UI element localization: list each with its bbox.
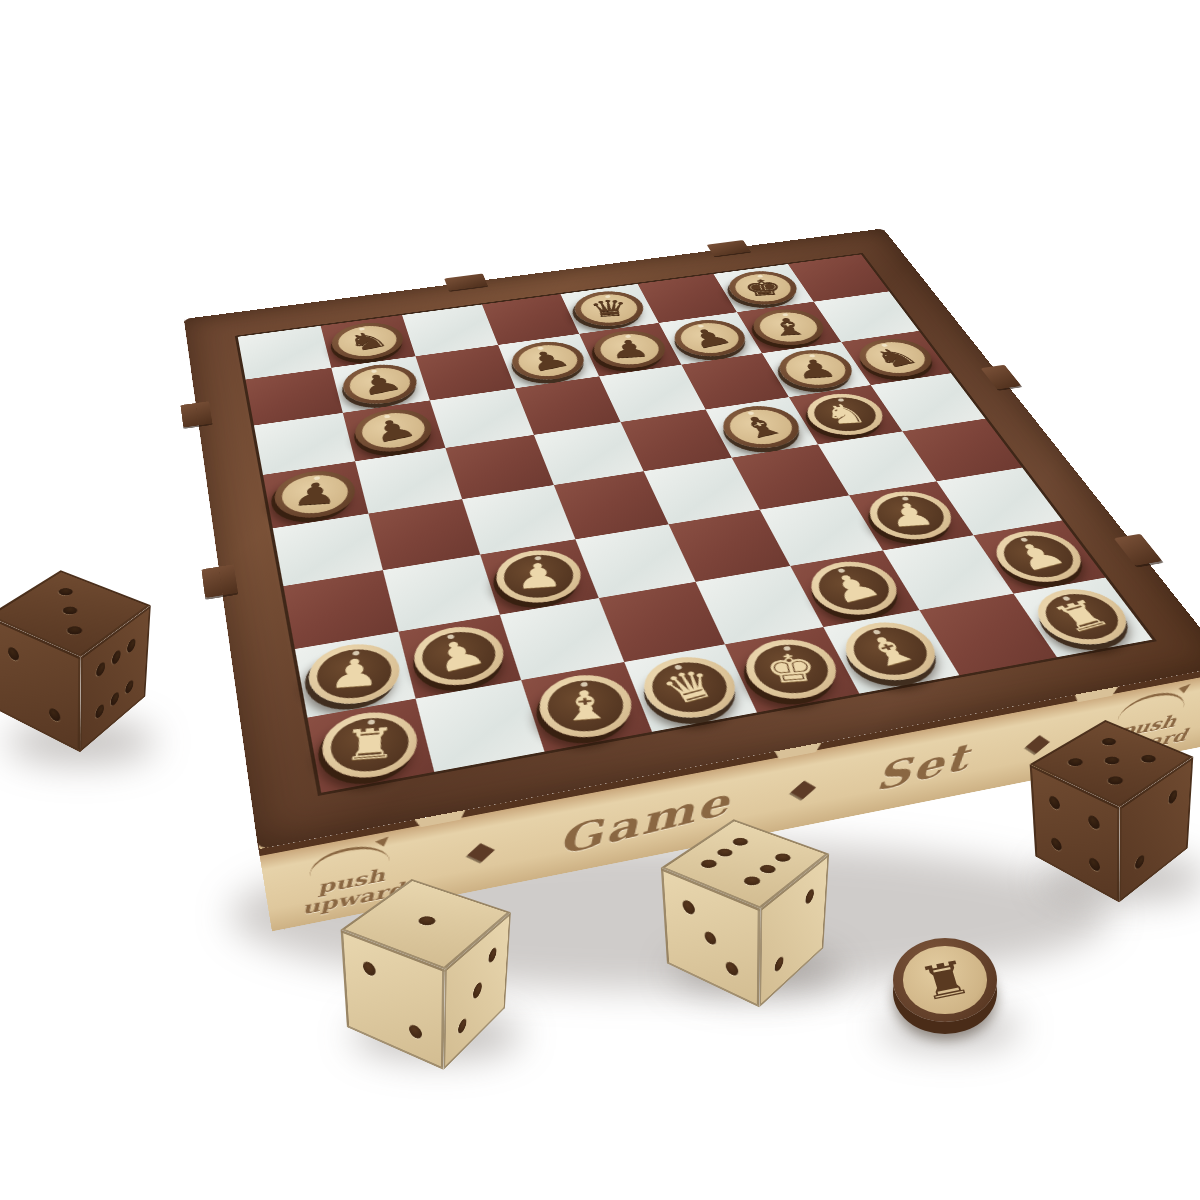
product-photo-scene: { "game": "chess", "product_type": "wood… [0, 0, 1200, 1200]
square-b5[interactable] [355, 448, 462, 514]
king-glyph: ♚ [761, 648, 822, 689]
pawn-glyph: ♟ [791, 356, 840, 383]
pawn-glyph: ♟ [607, 336, 652, 362]
square-b3[interactable] [383, 555, 500, 632]
square-g2[interactable] [883, 535, 1014, 610]
bishop-glyph: ♝ [765, 315, 812, 340]
piece-white-pawn[interactable]: ♟ [495, 548, 584, 605]
square-d1[interactable]: ♛ [624, 644, 757, 731]
square-f1[interactable]: ♝ [823, 610, 959, 693]
square-e1[interactable]: ♚ [725, 627, 859, 712]
piece-black-king[interactable]: ♚ [725, 270, 802, 307]
knight-glyph: ♞ [866, 342, 924, 372]
piece-white-pawn[interactable]: ♟ [981, 524, 1097, 590]
piece-white-queen[interactable]: ♛ [631, 648, 750, 727]
square-f2[interactable]: ♟ [790, 550, 919, 627]
square-c3[interactable]: ♟ [480, 539, 599, 614]
piece-white-pawn[interactable]: ♟ [404, 619, 516, 695]
square-a4[interactable] [273, 514, 383, 587]
pawn-glyph: ♟ [521, 345, 575, 376]
square-f3[interactable] [760, 495, 883, 566]
front-engraving-set: Set [875, 735, 971, 799]
square-h4[interactable] [902, 419, 1022, 482]
piece-white-pawn[interactable]: ♟ [863, 489, 960, 542]
hinge [707, 240, 751, 256]
piece-white-bishop[interactable]: ♝ [831, 614, 952, 689]
bishop-glyph: ♝ [731, 410, 791, 444]
square-e2[interactable] [696, 566, 824, 644]
rook-glyph: ♜ [1045, 594, 1118, 639]
square-a3[interactable] [283, 570, 398, 649]
square-a2[interactable]: ♟ [295, 632, 416, 718]
knight-glyph: ♞ [819, 400, 871, 429]
piece-black-queen[interactable]: ♛ [572, 290, 647, 328]
pawn-glyph: ♟ [426, 632, 492, 679]
square-c4[interactable] [462, 485, 575, 555]
square-b1[interactable] [416, 680, 545, 772]
pawn-glyph: ♟ [882, 499, 939, 532]
square-g1[interactable] [919, 594, 1056, 676]
square-b4[interactable] [368, 499, 480, 570]
square-c2[interactable] [500, 598, 624, 680]
square-b2[interactable]: ♟ [399, 615, 522, 699]
bishop-glyph: ♝ [557, 684, 614, 727]
square-g3[interactable]: ♟ [849, 481, 973, 550]
die-bottom-left [344, 927, 508, 1021]
piece-black-bishop[interactable]: ♝ [749, 308, 829, 347]
captured-black-rook[interactable]: ♜ [893, 938, 997, 1038]
rook-glyph: ♜ [913, 949, 977, 1011]
square-h1[interactable]: ♜ [1013, 578, 1152, 658]
square-d2[interactable] [599, 582, 725, 662]
piece-white-rook[interactable]: ♜ [321, 709, 418, 781]
piece-white-rook[interactable]: ♜ [1022, 581, 1144, 653]
bishop-glyph: ♝ [854, 628, 926, 675]
piece-white-king[interactable]: ♚ [740, 637, 844, 702]
hinge [981, 365, 1022, 390]
piece-white-pawn[interactable]: ♟ [797, 554, 912, 623]
hinge [444, 273, 488, 290]
pawn-glyph: ♟ [366, 413, 421, 447]
piece-white-knight[interactable]: ♞ [802, 392, 890, 437]
front-peg [1026, 735, 1050, 754]
pawn-glyph: ♟ [291, 478, 339, 510]
front-peg [467, 843, 494, 862]
hinge [1114, 534, 1163, 566]
piece-black-pawn[interactable]: ♟ [774, 348, 858, 390]
piece-white-bishop[interactable]: ♝ [537, 672, 636, 740]
square-c1[interactable]: ♝ [521, 662, 652, 752]
piece-black-pawn[interactable]: ♟ [591, 329, 669, 370]
hinge [201, 564, 238, 598]
die-left [0, 616, 148, 707]
pawn-glyph: ♟ [1004, 536, 1074, 577]
queen-glyph: ♛ [654, 663, 725, 712]
piece-white-pawn[interactable]: ♟ [307, 641, 399, 706]
king-glyph: ♚ [741, 276, 786, 299]
die-center [664, 867, 826, 960]
square-d3[interactable] [575, 524, 695, 598]
front-peg [791, 781, 816, 800]
pawn-glyph: ♟ [682, 323, 737, 352]
pawn-glyph: ♟ [820, 567, 889, 610]
square-d4[interactable] [554, 471, 669, 539]
square-a5[interactable]: ♟ [263, 461, 368, 528]
pawn-glyph: ♟ [327, 653, 380, 694]
queen-glyph: ♛ [588, 296, 631, 320]
square-e3[interactable] [669, 510, 791, 582]
rook-glyph: ♜ [342, 722, 397, 767]
square-h2[interactable]: ♟ [973, 520, 1105, 593]
knight-glyph: ♞ [342, 326, 393, 356]
pawn-glyph: ♟ [513, 558, 565, 594]
square-h3[interactable] [937, 468, 1063, 536]
pawn-glyph: ♟ [353, 368, 406, 400]
square-a1[interactable]: ♜ [307, 699, 434, 793]
piece-black-pawn[interactable]: ♟ [273, 469, 356, 520]
die-right [1033, 766, 1191, 857]
